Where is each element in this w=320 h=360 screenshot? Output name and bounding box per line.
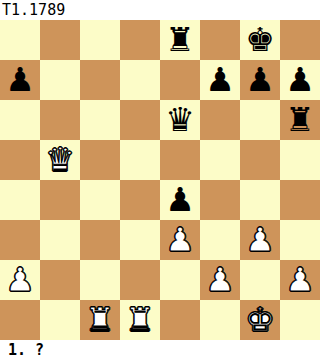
- black-pawn: ♟: [245, 60, 275, 100]
- square-f5[interactable]: [200, 140, 240, 180]
- square-a6[interactable]: [0, 100, 40, 140]
- square-f4[interactable]: [200, 180, 240, 220]
- square-e7[interactable]: [160, 60, 200, 100]
- white-king: ♚: [245, 300, 275, 340]
- white-pawn: ♟: [245, 220, 275, 260]
- square-a1[interactable]: [0, 300, 40, 340]
- square-d8[interactable]: [120, 20, 160, 60]
- square-f1[interactable]: [200, 300, 240, 340]
- black-rook: ♜: [165, 20, 195, 60]
- square-g1[interactable]: ♚: [240, 300, 280, 340]
- square-e3[interactable]: ♟: [160, 220, 200, 260]
- square-a4[interactable]: [0, 180, 40, 220]
- chess-board: ♜♚♟♟♟♟♛♜♛♟♟♟♟♟♟♜♜♚: [0, 20, 320, 340]
- square-c1[interactable]: ♜: [80, 300, 120, 340]
- white-rook: ♜: [85, 300, 115, 340]
- square-c5[interactable]: [80, 140, 120, 180]
- square-b5[interactable]: ♛: [40, 140, 80, 180]
- square-d6[interactable]: [120, 100, 160, 140]
- square-f7[interactable]: ♟: [200, 60, 240, 100]
- square-d1[interactable]: ♜: [120, 300, 160, 340]
- square-c2[interactable]: [80, 260, 120, 300]
- square-f6[interactable]: [200, 100, 240, 140]
- puzzle-title: T1.1789: [0, 0, 320, 20]
- square-e1[interactable]: [160, 300, 200, 340]
- square-e2[interactable]: [160, 260, 200, 300]
- square-b8[interactable]: [40, 20, 80, 60]
- chess-puzzle-page: T1.1789 ♜♚♟♟♟♟♛♜♛♟♟♟♟♟♟♜♜♚ 1. ?: [0, 0, 320, 360]
- square-e4[interactable]: ♟: [160, 180, 200, 220]
- square-h8[interactable]: [280, 20, 320, 60]
- white-pawn: ♟: [5, 260, 35, 300]
- square-h7[interactable]: ♟: [280, 60, 320, 100]
- square-h5[interactable]: [280, 140, 320, 180]
- black-king: ♚: [245, 20, 275, 60]
- white-pawn: ♟: [205, 260, 235, 300]
- white-pawn: ♟: [285, 260, 315, 300]
- black-queen: ♛: [165, 100, 195, 140]
- square-e6[interactable]: ♛: [160, 100, 200, 140]
- square-b4[interactable]: [40, 180, 80, 220]
- white-pawn: ♟: [165, 220, 195, 260]
- black-pawn: ♟: [205, 60, 235, 100]
- white-rook: ♜: [125, 300, 155, 340]
- square-b3[interactable]: [40, 220, 80, 260]
- square-d3[interactable]: [120, 220, 160, 260]
- black-pawn: ♟: [165, 180, 195, 220]
- square-a8[interactable]: [0, 20, 40, 60]
- square-h2[interactable]: ♟: [280, 260, 320, 300]
- square-h1[interactable]: [280, 300, 320, 340]
- square-a7[interactable]: ♟: [0, 60, 40, 100]
- square-a3[interactable]: [0, 220, 40, 260]
- square-c7[interactable]: [80, 60, 120, 100]
- square-d7[interactable]: [120, 60, 160, 100]
- square-a2[interactable]: ♟: [0, 260, 40, 300]
- square-e8[interactable]: ♜: [160, 20, 200, 60]
- square-g7[interactable]: ♟: [240, 60, 280, 100]
- square-g5[interactable]: [240, 140, 280, 180]
- square-c8[interactable]: [80, 20, 120, 60]
- square-f2[interactable]: ♟: [200, 260, 240, 300]
- square-d2[interactable]: [120, 260, 160, 300]
- black-rook: ♜: [285, 100, 315, 140]
- square-g3[interactable]: ♟: [240, 220, 280, 260]
- square-g4[interactable]: [240, 180, 280, 220]
- square-h6[interactable]: ♜: [280, 100, 320, 140]
- move-prompt: 1. ?: [0, 340, 320, 360]
- square-f3[interactable]: [200, 220, 240, 260]
- square-b6[interactable]: [40, 100, 80, 140]
- square-b1[interactable]: [40, 300, 80, 340]
- square-b2[interactable]: [40, 260, 80, 300]
- square-g6[interactable]: [240, 100, 280, 140]
- square-c6[interactable]: [80, 100, 120, 140]
- square-a5[interactable]: [0, 140, 40, 180]
- square-c3[interactable]: [80, 220, 120, 260]
- square-h3[interactable]: [280, 220, 320, 260]
- square-g2[interactable]: [240, 260, 280, 300]
- square-b7[interactable]: [40, 60, 80, 100]
- white-queen: ♛: [45, 140, 75, 180]
- square-d5[interactable]: [120, 140, 160, 180]
- square-h4[interactable]: [280, 180, 320, 220]
- square-f8[interactable]: [200, 20, 240, 60]
- square-g8[interactable]: ♚: [240, 20, 280, 60]
- square-c4[interactable]: [80, 180, 120, 220]
- black-pawn: ♟: [285, 60, 315, 100]
- square-d4[interactable]: [120, 180, 160, 220]
- square-e5[interactable]: [160, 140, 200, 180]
- black-pawn: ♟: [5, 60, 35, 100]
